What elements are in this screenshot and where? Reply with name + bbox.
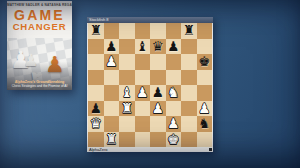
square-d2[interactable] [135, 116, 151, 132]
square-d8[interactable] [135, 23, 151, 39]
square-a4[interactable] [88, 85, 104, 101]
square-d6[interactable] [135, 54, 151, 70]
square-g6[interactable] [181, 54, 197, 70]
piece-black-bishop[interactable]: ♝ [136, 39, 148, 55]
square-f5[interactable] [166, 70, 182, 86]
piece-black-queen[interactable]: ♛ [152, 39, 164, 55]
square-d5[interactable] [135, 70, 151, 86]
white-player-bar: AlphaZero [87, 147, 213, 152]
book-subtitle-line2: Chess Strategies and the Promise of AI [7, 84, 72, 88]
square-c8[interactable] [119, 23, 135, 39]
piece-white-pawn[interactable]: ♟ [152, 101, 164, 117]
square-e6[interactable] [150, 54, 166, 70]
square-h7[interactable] [197, 39, 213, 55]
square-d4[interactable]: ♟ [135, 85, 151, 101]
book-cover-photo: ♟ ♟ ♟ ♟ AlphaZero's Groundbreaking Chess… [7, 38, 72, 90]
square-d1[interactable] [135, 132, 151, 148]
piece-white-knight[interactable]: ♞ [167, 85, 179, 101]
piece-white-pawn[interactable]: ♟ [167, 116, 179, 132]
square-f6[interactable] [166, 54, 182, 70]
square-e1[interactable] [150, 132, 166, 148]
square-a1[interactable] [88, 132, 104, 148]
square-a2[interactable]: ♛ [88, 116, 104, 132]
piece-white-king[interactable]: ♚ [167, 132, 179, 148]
square-f4[interactable]: ♞ [166, 85, 182, 101]
piece-white-rook[interactable]: ♜ [121, 101, 133, 117]
resize-handle-icon[interactable] [209, 148, 212, 151]
square-e5[interactable] [150, 70, 166, 86]
piece-black-knight[interactable]: ♞ [198, 116, 210, 132]
piece-black-pawn[interactable]: ♟ [167, 39, 179, 55]
square-d7[interactable]: ♝ [135, 39, 151, 55]
square-g5[interactable] [181, 70, 197, 86]
square-d3[interactable] [135, 101, 151, 117]
square-f2[interactable]: ♟ [166, 116, 182, 132]
square-a7[interactable] [88, 39, 104, 55]
square-e2[interactable] [150, 116, 166, 132]
chess-window: Stockfish 8 ♜♜♟♝♛♟♟♚♝♟♟♞♟♜♟♟♛♟♞♜♚ AlphaZ… [87, 17, 213, 152]
square-b8[interactable] [104, 23, 120, 39]
piece-white-pawn[interactable]: ♟ [136, 85, 148, 101]
square-e8[interactable] [150, 23, 166, 39]
piece-white-rook[interactable]: ♜ [105, 132, 117, 148]
square-b6[interactable]: ♟ [104, 54, 120, 70]
square-c3[interactable]: ♜ [119, 101, 135, 117]
square-g1[interactable] [181, 132, 197, 148]
square-f7[interactable]: ♟ [166, 39, 182, 55]
square-g3[interactable] [181, 101, 197, 117]
square-b3[interactable] [104, 101, 120, 117]
square-e7[interactable]: ♛ [150, 39, 166, 55]
chess-board[interactable]: ♜♜♟♝♛♟♟♚♝♟♟♞♟♜♟♟♛♟♞♜♚ [88, 23, 212, 147]
piece-white-pawn[interactable]: ♟ [105, 54, 117, 70]
square-b7[interactable]: ♟ [104, 39, 120, 55]
square-h8[interactable] [197, 23, 213, 39]
piece-black-rook[interactable]: ♜ [183, 23, 195, 39]
square-h3[interactable]: ♟ [197, 101, 213, 117]
square-b4[interactable] [104, 85, 120, 101]
piece-black-king[interactable]: ♚ [198, 54, 210, 70]
square-c6[interactable] [119, 54, 135, 70]
square-c5[interactable] [119, 70, 135, 86]
white-player-name: AlphaZero [87, 147, 107, 152]
piece-white-pawn[interactable]: ♟ [198, 101, 210, 117]
square-c2[interactable] [119, 116, 135, 132]
square-g7[interactable] [181, 39, 197, 55]
square-a6[interactable] [88, 54, 104, 70]
square-g4[interactable] [181, 85, 197, 101]
book-title-changer: CHANGER [7, 22, 72, 32]
square-c7[interactable] [119, 39, 135, 55]
square-b2[interactable] [104, 116, 120, 132]
piece-black-pawn[interactable]: ♟ [90, 101, 102, 117]
thumbnail-stage: MATTHEW SADLER & NATASHA REGAN GAME CHAN… [0, 0, 300, 168]
square-f3[interactable] [166, 101, 182, 117]
square-a3[interactable]: ♟ [88, 101, 104, 117]
piece-white-queen[interactable]: ♛ [90, 116, 102, 132]
square-f8[interactable] [166, 23, 182, 39]
square-b5[interactable] [104, 70, 120, 86]
square-a8[interactable]: ♜ [88, 23, 104, 39]
piece-white-bishop[interactable]: ♝ [121, 85, 133, 101]
square-h4[interactable] [197, 85, 213, 101]
square-b1[interactable]: ♜ [104, 132, 120, 148]
piece-black-pawn[interactable]: ♟ [105, 39, 117, 55]
book-subtitle: AlphaZero's Groundbreaking Chess Strateg… [7, 80, 72, 88]
square-f1[interactable]: ♚ [166, 132, 182, 148]
square-h5[interactable] [197, 70, 213, 86]
square-e3[interactable]: ♟ [150, 101, 166, 117]
square-e4[interactable]: ♟ [150, 85, 166, 101]
square-a5[interactable] [88, 70, 104, 86]
square-h2[interactable]: ♞ [197, 116, 213, 132]
square-c1[interactable] [119, 132, 135, 148]
piece-black-pawn[interactable]: ♟ [152, 85, 164, 101]
square-c4[interactable]: ♝ [119, 85, 135, 101]
book-cover: MATTHEW SADLER & NATASHA REGAN GAME CHAN… [7, 1, 72, 90]
square-g8[interactable]: ♜ [181, 23, 197, 39]
square-h6[interactable]: ♚ [197, 54, 213, 70]
book-title-game: GAME [7, 8, 72, 22]
piece-black-rook[interactable]: ♜ [90, 23, 102, 39]
square-h1[interactable] [197, 132, 213, 148]
square-g2[interactable] [181, 116, 197, 132]
